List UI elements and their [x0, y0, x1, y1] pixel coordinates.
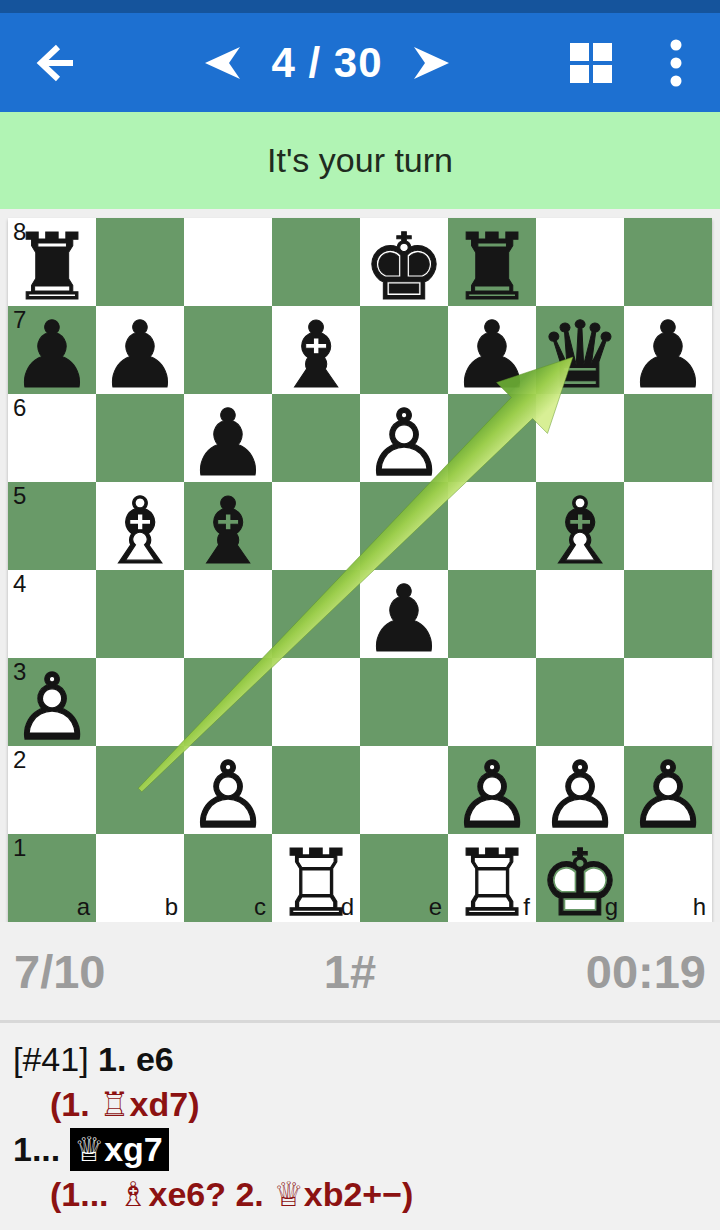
piece-glyph: ♝: [184, 488, 272, 576]
white-pawn-f2[interactable]: ♟♙: [448, 746, 536, 834]
turn-banner: It's your turn: [0, 112, 720, 209]
notation-text: [#41]: [13, 1040, 98, 1078]
kebab-menu-icon: [669, 39, 683, 87]
file-label: c: [254, 895, 266, 919]
file-label: h: [693, 895, 706, 919]
back-button[interactable]: [30, 37, 82, 89]
square-d8[interactable]: [272, 218, 360, 306]
black-bishop-d7[interactable]: ♝: [272, 306, 360, 394]
notation-move[interactable]: (1. ♖xd7): [50, 1085, 200, 1123]
overflow-menu-button[interactable]: [654, 35, 698, 91]
square-d3[interactable]: [272, 658, 360, 746]
chess-board: 87654321abcdefgh♜♚♜♟♟♝♟♛♟♟♟♙♝♗♝♝♗♟♟♙♟♙♟♙…: [8, 218, 712, 922]
grid-icon: [569, 42, 613, 84]
notation-panel: [#41] 1. e6(1. ♖xd7)1... ♕xg7(1... ♗xe6?…: [0, 1023, 720, 1230]
square-h5[interactable]: [624, 482, 712, 570]
piece-glyph-outline: ♖: [272, 840, 360, 928]
piece-glyph-outline: ♙: [184, 752, 272, 840]
white-rook-f1[interactable]: ♜♖: [448, 834, 536, 922]
file-label: b: [165, 895, 178, 919]
square-h3[interactable]: [624, 658, 712, 746]
square-e2[interactable]: [360, 746, 448, 834]
square-b8[interactable]: [96, 218, 184, 306]
black-rook-f8[interactable]: ♜: [448, 218, 536, 306]
black-bishop-c5[interactable]: ♝: [184, 482, 272, 570]
rank-label: 1: [13, 836, 26, 860]
android-status-bar: [0, 0, 720, 13]
piece-glyph: ♟: [184, 400, 272, 488]
white-pawn-a3[interactable]: ♟♙: [8, 658, 96, 746]
puzzle-counter: 4 / 30: [237, 13, 417, 112]
square-d5[interactable]: [272, 482, 360, 570]
white-pawn-c2[interactable]: ♟♙: [184, 746, 272, 834]
piece-glyph-outline: ♙: [448, 752, 536, 840]
square-c3[interactable]: [184, 658, 272, 746]
white-pawn-g2[interactable]: ♟♙: [536, 746, 624, 834]
notation-move[interactable]: (1... ♗xe6? 2. ♕xb2+−): [50, 1175, 413, 1213]
piece-glyph: ♟: [624, 312, 712, 400]
black-king-e8[interactable]: ♚: [360, 218, 448, 306]
piece-glyph-outline: ♙: [360, 400, 448, 488]
black-pawn-f7[interactable]: ♟: [448, 306, 536, 394]
piece-glyph: ♚: [360, 224, 448, 312]
square-e1[interactable]: e: [360, 834, 448, 922]
chevron-left-icon: [203, 46, 241, 80]
piece-glyph-outline: ♗: [536, 488, 624, 576]
piece-glyph: ♟: [360, 576, 448, 664]
black-pawn-e4[interactable]: ♟: [360, 570, 448, 658]
black-queen-g7[interactable]: ♛: [536, 306, 624, 394]
rank-label: 5: [13, 484, 26, 508]
notation-move[interactable]: 1. e6: [98, 1040, 174, 1078]
black-pawn-c6[interactable]: ♟: [184, 394, 272, 482]
notation-line: 1... ♕xg7: [0, 1127, 720, 1172]
square-d2[interactable]: [272, 746, 360, 834]
puzzle-list-button[interactable]: [566, 38, 616, 88]
white-pawn-h2[interactable]: ♟♙: [624, 746, 712, 834]
notation-line: [#41] 1. e6: [0, 1037, 720, 1082]
file-label: e: [429, 895, 442, 919]
next-puzzle-button[interactable]: [413, 46, 451, 80]
black-pawn-h7[interactable]: ♟: [624, 306, 712, 394]
square-h8[interactable]: [624, 218, 712, 306]
piece-glyph-outline: ♔: [536, 840, 624, 928]
square-f3[interactable]: [448, 658, 536, 746]
prev-puzzle-button[interactable]: [203, 46, 241, 80]
app-screen: 4 / 30 It's your turn 87654321abcdefgh♜: [0, 0, 720, 1230]
piece-glyph: ♝: [272, 312, 360, 400]
notation-line: (1. ♖xd7): [0, 1082, 720, 1127]
current-move-chip[interactable]: ♕xg7: [70, 1128, 169, 1171]
white-king-g1[interactable]: ♚♔: [536, 834, 624, 922]
black-pawn-a7[interactable]: ♟: [8, 306, 96, 394]
piece-glyph: ♟: [8, 312, 96, 400]
piece-glyph-outline: ♙: [8, 664, 96, 752]
back-arrow-icon: [33, 43, 79, 83]
square-d4[interactable]: [272, 570, 360, 658]
piece-glyph: ♟: [96, 312, 184, 400]
file-label: a: [77, 895, 90, 919]
piece-glyph: ♜: [8, 224, 96, 312]
task-goal: 1#: [280, 944, 420, 999]
square-a1[interactable]: 1a: [8, 834, 96, 922]
square-a5[interactable]: 5: [8, 482, 96, 570]
notation-line: (1... ♗xe6? 2. ♕xb2+−): [0, 1172, 720, 1217]
chevron-right-icon: [413, 46, 451, 80]
app-bar: 4 / 30: [0, 13, 720, 112]
white-bishop-g5[interactable]: ♝♗: [536, 482, 624, 570]
square-f5[interactable]: [448, 482, 536, 570]
square-f4[interactable]: [448, 570, 536, 658]
white-rook-d1[interactable]: ♜♖: [272, 834, 360, 922]
piece-glyph-outline: ♖: [448, 840, 536, 928]
piece-glyph-outline: ♗: [96, 488, 184, 576]
piece-glyph: ♛: [536, 312, 624, 400]
timer: 00:19: [586, 944, 706, 999]
piece-glyph: ♜: [448, 224, 536, 312]
white-pawn-e6[interactable]: ♟♙: [360, 394, 448, 482]
square-h4[interactable]: [624, 570, 712, 658]
rank-label: 4: [13, 572, 26, 596]
notation-move[interactable]: 1...: [13, 1130, 70, 1168]
piece-glyph-outline: ♙: [624, 752, 712, 840]
black-rook-a8[interactable]: ♜: [8, 218, 96, 306]
piece-glyph-outline: ♙: [536, 752, 624, 840]
turn-banner-text: It's your turn: [267, 141, 453, 180]
square-c8[interactable]: [184, 218, 272, 306]
square-b1[interactable]: b: [96, 834, 184, 922]
square-b3[interactable]: [96, 658, 184, 746]
square-g3[interactable]: [536, 658, 624, 746]
square-c7[interactable]: [184, 306, 272, 394]
square-a4[interactable]: 4: [8, 570, 96, 658]
square-b2[interactable]: [96, 746, 184, 834]
piece-glyph: ♟: [448, 312, 536, 400]
black-pawn-b7[interactable]: ♟: [96, 306, 184, 394]
white-bishop-b5[interactable]: ♝♗: [96, 482, 184, 570]
square-g8[interactable]: [536, 218, 624, 306]
score-counter: 7/10: [14, 944, 105, 999]
